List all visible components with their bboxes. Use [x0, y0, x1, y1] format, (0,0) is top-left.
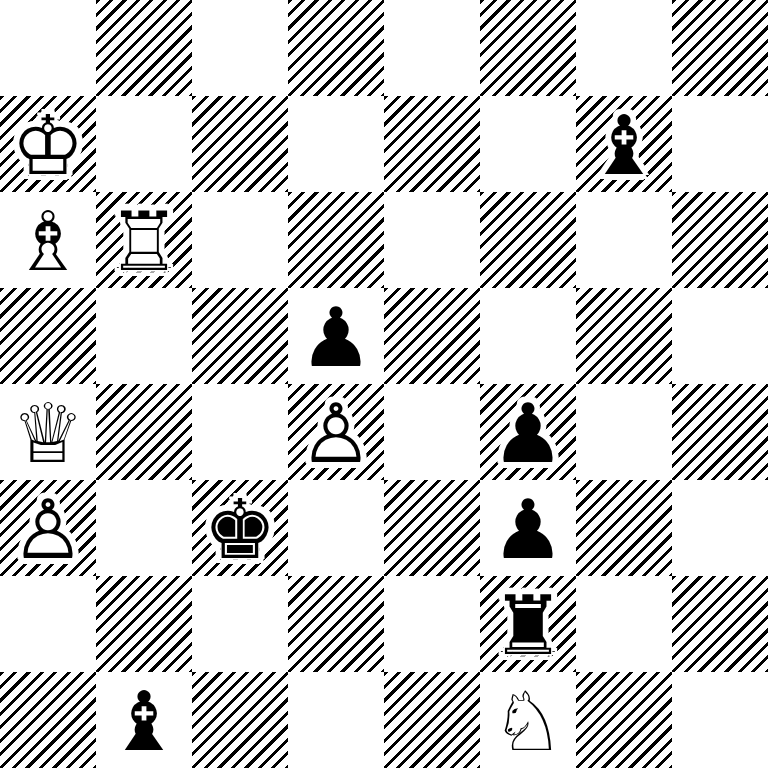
square-d1[interactable] [288, 672, 384, 768]
square-e6[interactable] [384, 192, 480, 288]
square-a6[interactable]: ♝♗ [0, 192, 96, 288]
square-d6[interactable] [288, 192, 384, 288]
square-g8[interactable] [576, 0, 672, 96]
square-f4[interactable]: ♟♟ [480, 384, 576, 480]
piece-black-pawn[interactable]: ♟♟ [480, 384, 576, 480]
square-b4[interactable] [96, 384, 192, 480]
square-d8[interactable] [288, 0, 384, 96]
square-b6[interactable]: ♜♖ [96, 192, 192, 288]
piece-white-pawn[interactable]: ♟♙ [0, 480, 96, 576]
square-c4[interactable] [192, 384, 288, 480]
piece-glyph: ♕ [0, 384, 96, 480]
piece-glyph: ♙ [288, 384, 384, 480]
square-e5[interactable] [384, 288, 480, 384]
square-g7[interactable]: ♝♝ [576, 96, 672, 192]
square-h5[interactable] [672, 288, 768, 384]
square-b5[interactable] [96, 288, 192, 384]
square-c5[interactable] [192, 288, 288, 384]
piece-glyph: ♚ [192, 480, 288, 576]
square-h6[interactable] [672, 192, 768, 288]
square-h2[interactable] [672, 576, 768, 672]
square-f3[interactable]: ♟♟ [480, 480, 576, 576]
square-g5[interactable] [576, 288, 672, 384]
square-h1[interactable] [672, 672, 768, 768]
piece-black-bishop[interactable]: ♝♝ [96, 672, 192, 768]
piece-glyph: ♝ [96, 672, 192, 768]
square-c3[interactable]: ♚♚ [192, 480, 288, 576]
square-e8[interactable] [384, 0, 480, 96]
chess-board: ♚♔♝♝♝♗♜♖♟♟♛♕♟♙♟♟♟♙♚♚♟♟♜♜♝♝♞♘ [0, 0, 768, 768]
piece-white-king[interactable]: ♚♔ [0, 96, 96, 192]
square-g1[interactable] [576, 672, 672, 768]
square-a7[interactable]: ♚♔ [0, 96, 96, 192]
square-f5[interactable] [480, 288, 576, 384]
piece-glyph: ♝ [576, 96, 672, 192]
square-c1[interactable] [192, 672, 288, 768]
square-b1[interactable]: ♝♝ [96, 672, 192, 768]
piece-white-pawn[interactable]: ♟♙ [288, 384, 384, 480]
square-a3[interactable]: ♟♙ [0, 480, 96, 576]
square-a1[interactable] [0, 672, 96, 768]
piece-glyph: ♖ [96, 192, 192, 288]
piece-glyph: ♟ [288, 288, 384, 384]
square-a2[interactable] [0, 576, 96, 672]
square-e7[interactable] [384, 96, 480, 192]
square-f2[interactable]: ♜♜ [480, 576, 576, 672]
square-f8[interactable] [480, 0, 576, 96]
piece-white-rook[interactable]: ♜♖ [96, 192, 192, 288]
piece-glyph: ♜ [480, 576, 576, 672]
piece-black-pawn[interactable]: ♟♟ [288, 288, 384, 384]
square-h4[interactable] [672, 384, 768, 480]
piece-black-pawn[interactable]: ♟♟ [480, 480, 576, 576]
piece-black-rook[interactable]: ♜♜ [480, 576, 576, 672]
piece-glyph: ♟ [480, 480, 576, 576]
square-d5[interactable]: ♟♟ [288, 288, 384, 384]
square-e2[interactable] [384, 576, 480, 672]
square-f6[interactable] [480, 192, 576, 288]
square-a5[interactable] [0, 288, 96, 384]
square-g6[interactable] [576, 192, 672, 288]
square-h3[interactable] [672, 480, 768, 576]
square-e1[interactable] [384, 672, 480, 768]
square-b8[interactable] [96, 0, 192, 96]
square-g4[interactable] [576, 384, 672, 480]
piece-black-bishop[interactable]: ♝♝ [576, 96, 672, 192]
square-c8[interactable] [192, 0, 288, 96]
square-d3[interactable] [288, 480, 384, 576]
square-d7[interactable] [288, 96, 384, 192]
piece-black-king[interactable]: ♚♚ [192, 480, 288, 576]
square-b3[interactable] [96, 480, 192, 576]
square-c7[interactable] [192, 96, 288, 192]
square-h8[interactable] [672, 0, 768, 96]
piece-white-knight[interactable]: ♞♘ [480, 672, 576, 768]
square-d2[interactable] [288, 576, 384, 672]
square-a4[interactable]: ♛♕ [0, 384, 96, 480]
piece-glyph: ♔ [0, 96, 96, 192]
square-c2[interactable] [192, 576, 288, 672]
square-e4[interactable] [384, 384, 480, 480]
piece-glyph: ♘ [480, 672, 576, 768]
square-e3[interactable] [384, 480, 480, 576]
square-f1[interactable]: ♞♘ [480, 672, 576, 768]
square-g3[interactable] [576, 480, 672, 576]
piece-white-bishop[interactable]: ♝♗ [0, 192, 96, 288]
square-c6[interactable] [192, 192, 288, 288]
square-b2[interactable] [96, 576, 192, 672]
piece-white-queen[interactable]: ♛♕ [0, 384, 96, 480]
piece-glyph: ♗ [0, 192, 96, 288]
square-f7[interactable] [480, 96, 576, 192]
square-g2[interactable] [576, 576, 672, 672]
piece-glyph: ♟ [480, 384, 576, 480]
square-a8[interactable] [0, 0, 96, 96]
piece-glyph: ♙ [0, 480, 96, 576]
square-b7[interactable] [96, 96, 192, 192]
square-d4[interactable]: ♟♙ [288, 384, 384, 480]
square-h7[interactable] [672, 96, 768, 192]
